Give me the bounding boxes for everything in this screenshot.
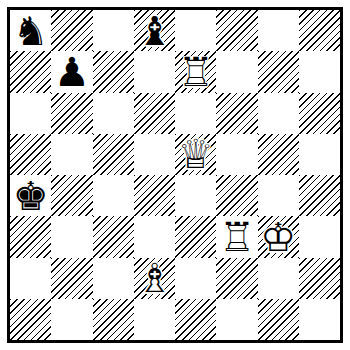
white-bishop[interactable]: ♝♗ [134,258,175,299]
square-h2[interactable] [299,258,340,299]
white-rook[interactable]: ♜♖ [175,51,216,92]
square-d7[interactable] [134,51,175,92]
square-g6[interactable] [258,93,299,134]
square-b2[interactable] [51,258,92,299]
square-e1[interactable] [175,299,216,340]
white-king-icon: ♔ [258,216,299,257]
white-king[interactable]: ♚♔ [258,216,299,257]
square-b6[interactable] [51,93,92,134]
black-bishop[interactable]: ♝♝ [134,10,175,51]
square-g5[interactable] [258,134,299,175]
square-g1[interactable] [258,299,299,340]
white-queen[interactable]: ♛♕ [175,134,216,175]
square-d2[interactable]: ♝♗ [134,258,175,299]
square-g7[interactable] [258,51,299,92]
square-c1[interactable] [93,299,134,340]
black-king-icon: ♚ [10,175,51,216]
square-d3[interactable] [134,216,175,257]
white-bishop-icon: ♗ [134,258,175,299]
square-c8[interactable] [93,10,134,51]
black-bishop-icon: ♝ [134,10,175,51]
square-b3[interactable] [51,216,92,257]
square-f1[interactable] [216,299,257,340]
square-f6[interactable] [216,93,257,134]
square-c5[interactable] [93,134,134,175]
square-h1[interactable] [299,299,340,340]
black-knight-icon: ♞ [10,10,51,51]
square-g2[interactable] [258,258,299,299]
square-e8[interactable] [175,10,216,51]
square-b8[interactable] [51,10,92,51]
square-e3[interactable] [175,216,216,257]
square-e7[interactable]: ♜♖ [175,51,216,92]
white-rook-icon: ♖ [216,216,257,257]
square-a4[interactable]: ♚♚ [10,175,51,216]
square-h4[interactable] [299,175,340,216]
chess-diagram-frame: ♞♞♝♝♟♟♜♖♛♕♚♚♜♖♚♔♝♗ [7,7,343,343]
square-h7[interactable] [299,51,340,92]
square-c7[interactable] [93,51,134,92]
white-rook[interactable]: ♜♖ [216,216,257,257]
square-e6[interactable] [175,93,216,134]
square-a1[interactable] [10,299,51,340]
square-h3[interactable] [299,216,340,257]
square-g8[interactable] [258,10,299,51]
square-e2[interactable] [175,258,216,299]
square-h5[interactable] [299,134,340,175]
square-c4[interactable] [93,175,134,216]
square-b5[interactable] [51,134,92,175]
square-d4[interactable] [134,175,175,216]
black-king[interactable]: ♚♚ [10,175,51,216]
square-f4[interactable] [216,175,257,216]
square-g4[interactable] [258,175,299,216]
black-pawn-icon: ♟ [51,51,92,92]
square-a2[interactable] [10,258,51,299]
square-b7[interactable]: ♟♟ [51,51,92,92]
square-c2[interactable] [93,258,134,299]
square-d6[interactable] [134,93,175,134]
square-f7[interactable] [216,51,257,92]
black-pawn[interactable]: ♟♟ [51,51,92,92]
square-c3[interactable] [93,216,134,257]
square-a3[interactable] [10,216,51,257]
square-d5[interactable] [134,134,175,175]
square-a5[interactable] [10,134,51,175]
square-d8[interactable]: ♝♝ [134,10,175,51]
square-f2[interactable] [216,258,257,299]
square-a6[interactable] [10,93,51,134]
square-c6[interactable] [93,93,134,134]
square-f3[interactable]: ♜♖ [216,216,257,257]
square-f8[interactable] [216,10,257,51]
square-e5[interactable]: ♛♕ [175,134,216,175]
square-g3[interactable]: ♚♔ [258,216,299,257]
square-a7[interactable] [10,51,51,92]
white-queen-icon: ♕ [175,134,216,175]
square-b4[interactable] [51,175,92,216]
square-f5[interactable] [216,134,257,175]
square-d1[interactable] [134,299,175,340]
white-rook-icon: ♖ [175,51,216,92]
chess-board: ♞♞♝♝♟♟♜♖♛♕♚♚♜♖♚♔♝♗ [10,10,340,340]
square-h6[interactable] [299,93,340,134]
black-knight[interactable]: ♞♞ [10,10,51,51]
square-a8[interactable]: ♞♞ [10,10,51,51]
square-b1[interactable] [51,299,92,340]
square-h8[interactable] [299,10,340,51]
square-e4[interactable] [175,175,216,216]
